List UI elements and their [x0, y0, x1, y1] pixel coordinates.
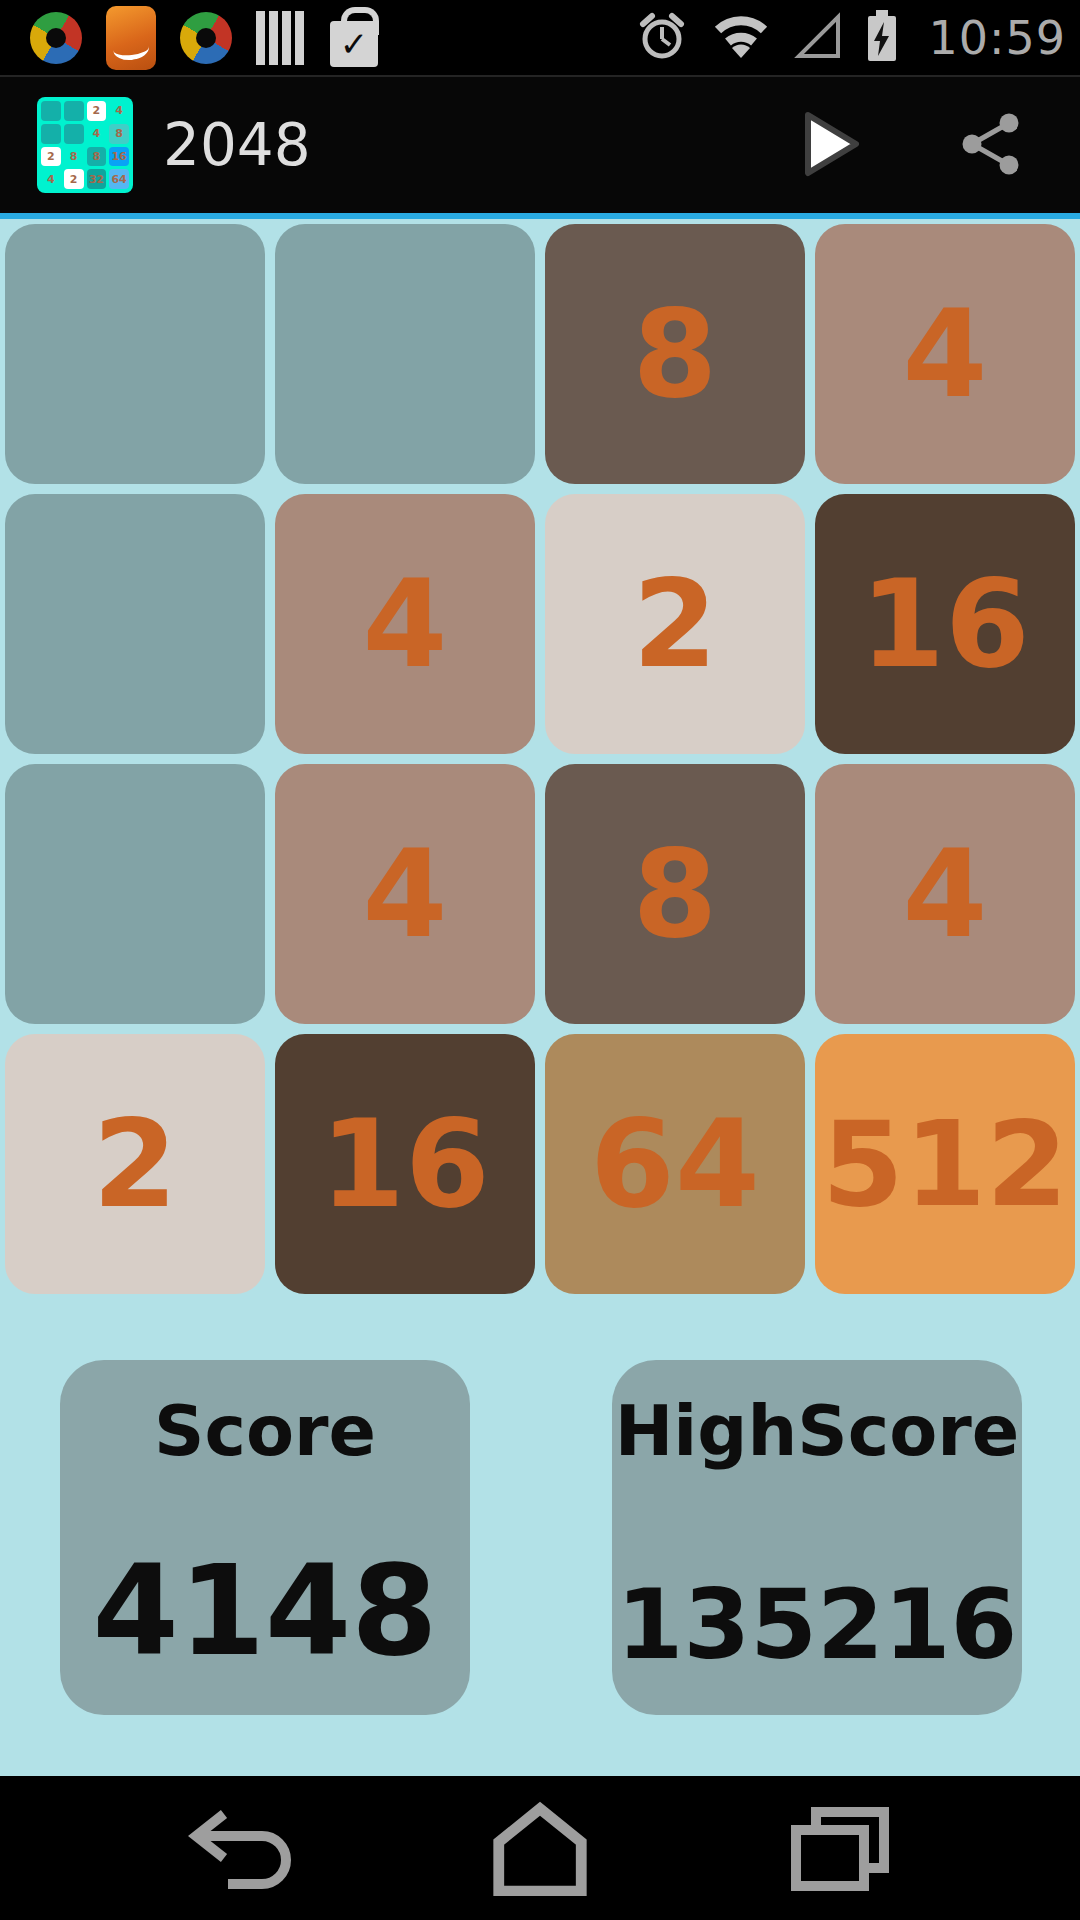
app-icon-cell: 8 — [64, 147, 84, 167]
board-tile: 8 — [545, 224, 805, 484]
app-icon-cell — [64, 124, 84, 144]
colorwheel-app-icon — [180, 12, 232, 64]
board-tile: 4 — [275, 764, 535, 1024]
app-icon-cell: 32 — [87, 169, 107, 189]
board-tile: 4 — [275, 494, 535, 754]
check-glyph: ✓ — [340, 27, 369, 61]
game-area: 8 4 4 2 16 4 8 4 2 16 64 512 Score 4148 … — [0, 224, 1080, 1781]
app-icon-cell: 16 — [109, 147, 129, 167]
app-icon-cell: 8 — [109, 124, 129, 144]
board-tile: 8 — [545, 764, 805, 1024]
score-value: 4148 — [92, 1549, 437, 1673]
highscore-value: 135216 — [617, 1577, 1018, 1673]
app-icon-cell — [41, 124, 61, 144]
accent-divider — [0, 213, 1080, 219]
recents-icon[interactable] — [785, 1798, 895, 1898]
play-button[interactable] — [800, 109, 864, 182]
navigation-bar — [0, 1776, 1080, 1920]
back-icon[interactable] — [185, 1798, 295, 1898]
score-label: Score — [154, 1390, 376, 1472]
home-icon[interactable] — [485, 1798, 595, 1898]
share-button[interactable] — [960, 112, 1024, 179]
colorwheel-app-icon — [30, 12, 82, 64]
board-tile: 16 — [815, 494, 1075, 754]
app-icon-cell: 4 — [109, 101, 129, 121]
wifi-icon — [712, 12, 770, 64]
app-icon-cell: 64 — [109, 169, 129, 189]
app-icon-cell — [41, 101, 61, 121]
shopping-bag-check-icon: ✓ — [330, 21, 378, 67]
app-icon-cell: 2 — [64, 169, 84, 189]
library-books-icon — [256, 11, 306, 65]
battery-charging-icon — [866, 10, 898, 66]
board-tile — [5, 494, 265, 754]
board-grid[interactable]: 8 4 4 2 16 4 8 4 2 16 64 512 — [5, 224, 1075, 1294]
board-tile: 16 — [275, 1034, 535, 1294]
score-row: Score 4148 HighScore 135216 — [0, 1360, 1080, 1715]
screen: ✓ — [0, 0, 1080, 1920]
score-panel: Score 4148 — [60, 1360, 470, 1715]
board-tile: 4 — [815, 224, 1075, 484]
app-icon-cell: 8 — [87, 147, 107, 167]
board-tile: 64 — [545, 1034, 805, 1294]
board-tile — [5, 224, 265, 484]
board-tile — [275, 224, 535, 484]
board-tile: 2 — [545, 494, 805, 754]
highscore-panel: HighScore 135216 — [612, 1360, 1022, 1715]
app-title: 2048 — [163, 111, 311, 179]
amazon-app-icon — [106, 6, 156, 70]
board-tile: 2 — [5, 1034, 265, 1294]
app-icon-cell: 2 — [87, 101, 107, 121]
board-tile: 4 — [815, 764, 1075, 1024]
clock-time: 10:59 — [928, 11, 1066, 65]
app-bar: 2 4 4 8 2 8 8 16 4 2 32 64 2048 — [0, 75, 1080, 213]
board-tile: 512 — [815, 1034, 1075, 1294]
app-icon-cell: 2 — [41, 147, 61, 167]
status-bar: ✓ — [0, 0, 1080, 75]
highscore-label: HighScore — [615, 1390, 1020, 1472]
app-icon-cell: 4 — [41, 169, 61, 189]
app-icon-cell — [64, 101, 84, 121]
app-icon-cell: 4 — [87, 124, 107, 144]
board-tile — [5, 764, 265, 1024]
cell-signal-icon — [794, 12, 842, 64]
alarm-icon — [636, 10, 688, 66]
app-launcher-icon[interactable]: 2 4 4 8 2 8 8 16 4 2 32 64 — [37, 97, 133, 193]
